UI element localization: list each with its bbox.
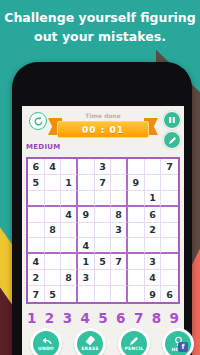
sudoku-cell[interactable] bbox=[61, 223, 78, 239]
sudoku-cell[interactable] bbox=[78, 223, 95, 239]
sudoku-cell[interactable] bbox=[111, 159, 128, 175]
sudoku-cell[interactable]: 7 bbox=[95, 175, 112, 191]
game-screen: Time done 00 : 01 bbox=[22, 106, 184, 355]
sudoku-cell[interactable]: 4 bbox=[61, 207, 78, 223]
sudoku-cell[interactable] bbox=[45, 207, 62, 223]
sudoku-cell[interactable]: 5 bbox=[95, 254, 112, 270]
app-promo-screenshot: Challenge yourself figuring out your mis… bbox=[0, 0, 200, 355]
promo-caption-line2: out your mistakes. bbox=[0, 28, 200, 47]
sudoku-cell[interactable] bbox=[61, 159, 78, 175]
sudoku-cell[interactable] bbox=[95, 270, 112, 286]
numpad-digit-8[interactable]: 8 bbox=[152, 310, 161, 326]
sudoku-cell[interactable]: 7 bbox=[161, 159, 178, 175]
sudoku-cell[interactable] bbox=[111, 175, 128, 191]
sudoku-cell[interactable] bbox=[111, 238, 128, 254]
pause-button[interactable] bbox=[163, 111, 181, 129]
timer-value: 00 : 01 bbox=[82, 125, 124, 135]
sudoku-cell[interactable] bbox=[161, 270, 178, 286]
numpad-digit-4[interactable]: 4 bbox=[80, 310, 89, 326]
sudoku-cell[interactable] bbox=[161, 191, 178, 207]
sudoku-cell[interactable]: 1 bbox=[61, 175, 78, 191]
sudoku-cell[interactable] bbox=[161, 223, 178, 239]
sudoku-cell[interactable] bbox=[145, 238, 162, 254]
sudoku-cell[interactable] bbox=[95, 286, 112, 302]
sudoku-cell[interactable]: 3 bbox=[111, 223, 128, 239]
sudoku-cell[interactable]: 7 bbox=[28, 286, 45, 302]
sudoku-cell[interactable]: 1 bbox=[78, 254, 95, 270]
sudoku-cell[interactable] bbox=[111, 286, 128, 302]
numpad-digit-1[interactable]: 1 bbox=[27, 310, 36, 326]
pencil-icon bbox=[168, 136, 177, 145]
sudoku-cell[interactable] bbox=[145, 159, 162, 175]
sudoku-cell[interactable] bbox=[78, 159, 95, 175]
sudoku-cell[interactable] bbox=[111, 191, 128, 207]
sudoku-cell[interactable] bbox=[78, 286, 95, 302]
difficulty-label: MEDIUM bbox=[26, 143, 61, 151]
time-label: Time done bbox=[52, 112, 154, 119]
sudoku-cell[interactable] bbox=[161, 238, 178, 254]
sudoku-cell[interactable]: 9 bbox=[145, 286, 162, 302]
sudoku-cell[interactable] bbox=[161, 175, 178, 191]
sudoku-cell[interactable]: 3 bbox=[145, 254, 162, 270]
pencil-mode-button[interactable] bbox=[163, 131, 181, 149]
pause-icon bbox=[168, 116, 176, 124]
sudoku-cell[interactable] bbox=[128, 270, 145, 286]
numpad-digit-6[interactable]: 6 bbox=[116, 310, 125, 326]
sudoku-cell[interactable] bbox=[28, 223, 45, 239]
sudoku-cell[interactable] bbox=[111, 270, 128, 286]
sudoku-cell[interactable] bbox=[28, 207, 45, 223]
facebook-icon[interactable]: f bbox=[178, 342, 188, 352]
timer-ribbon: 00 : 01 bbox=[57, 121, 149, 138]
sudoku-cell[interactable] bbox=[161, 207, 178, 223]
sudoku-cell[interactable] bbox=[45, 238, 62, 254]
undo-button[interactable]: Undo bbox=[30, 328, 62, 355]
sudoku-cell[interactable] bbox=[95, 191, 112, 207]
sudoku-cell[interactable]: 4 bbox=[28, 254, 45, 270]
erase-button[interactable]: Erase bbox=[74, 328, 106, 355]
sudoku-cell[interactable]: 8 bbox=[45, 223, 62, 239]
sudoku-cell[interactable] bbox=[61, 238, 78, 254]
tool-label: Pencil bbox=[124, 347, 143, 352]
sudoku-cell[interactable]: 1 bbox=[145, 191, 162, 207]
sudoku-cell[interactable]: 6 bbox=[28, 159, 45, 175]
sudoku-cell[interactable] bbox=[45, 270, 62, 286]
eraser-icon bbox=[85, 336, 96, 346]
numpad-digit-5[interactable]: 5 bbox=[98, 310, 107, 326]
sudoku-cell[interactable] bbox=[78, 175, 95, 191]
sudoku-cell[interactable] bbox=[145, 175, 162, 191]
numpad-digit-2[interactable]: 2 bbox=[45, 310, 54, 326]
sudoku-cell[interactable]: 2 bbox=[28, 270, 45, 286]
tool-label: Undo bbox=[38, 347, 54, 352]
restart-button[interactable] bbox=[29, 112, 47, 130]
numpad-digit-3[interactable]: 3 bbox=[63, 310, 72, 326]
sudoku-cell[interactable] bbox=[61, 191, 78, 207]
sudoku-cell[interactable] bbox=[128, 238, 145, 254]
sudoku-cell[interactable] bbox=[45, 175, 62, 191]
sudoku-cell[interactable]: 6 bbox=[145, 207, 162, 223]
sudoku-cell[interactable] bbox=[45, 254, 62, 270]
sudoku-cell[interactable]: 7 bbox=[111, 254, 128, 270]
pencil-icon bbox=[129, 336, 139, 346]
sudoku-cell[interactable] bbox=[95, 238, 112, 254]
sudoku-cell[interactable]: 5 bbox=[28, 175, 45, 191]
sudoku-cell[interactable] bbox=[61, 286, 78, 302]
sudoku-cell[interactable]: 8 bbox=[61, 270, 78, 286]
sudoku-cell[interactable]: 2 bbox=[145, 223, 162, 239]
undo-arrow-icon bbox=[41, 337, 52, 346]
sudoku-cell[interactable] bbox=[28, 191, 45, 207]
tool-label: Erase bbox=[81, 347, 98, 352]
sudoku-board: 643751791498683244157328347596 bbox=[26, 157, 180, 304]
sudoku-cell[interactable] bbox=[128, 223, 145, 239]
numpad-digit-7[interactable]: 7 bbox=[134, 310, 143, 326]
sudoku-cell[interactable]: 3 bbox=[95, 159, 112, 175]
sudoku-cell[interactable] bbox=[95, 207, 112, 223]
numpad-digit-9[interactable]: 9 bbox=[170, 310, 179, 326]
sudoku-cell[interactable] bbox=[28, 238, 45, 254]
sudoku-cell[interactable] bbox=[78, 191, 95, 207]
phone-mockup: Time done 00 : 01 bbox=[12, 62, 192, 355]
sudoku-cell[interactable] bbox=[61, 254, 78, 270]
sudoku-cell[interactable] bbox=[128, 159, 145, 175]
promo-caption-line1: Challenge yourself figuring bbox=[0, 9, 200, 28]
sudoku-cell[interactable] bbox=[128, 191, 145, 207]
sudoku-cell[interactable]: 4 bbox=[45, 159, 62, 175]
sudoku-cell[interactable]: 3 bbox=[78, 270, 95, 286]
pencil-button[interactable]: Pencil bbox=[118, 328, 150, 355]
restart-icon bbox=[33, 116, 44, 127]
sudoku-cell[interactable] bbox=[45, 191, 62, 207]
sudoku-cell[interactable] bbox=[95, 223, 112, 239]
sudoku-cell[interactable]: 4 bbox=[78, 238, 95, 254]
toolbar: UndoErasePencilHint bbox=[22, 328, 184, 355]
sudoku-cell[interactable]: 4 bbox=[145, 270, 162, 286]
sudoku-cell[interactable] bbox=[161, 254, 178, 270]
sudoku-cell[interactable] bbox=[128, 207, 145, 223]
sudoku-cell[interactable]: 9 bbox=[78, 207, 95, 223]
sudoku-cell[interactable]: 8 bbox=[111, 207, 128, 223]
sudoku-cell[interactable]: 5 bbox=[45, 286, 62, 302]
sudoku-cell[interactable] bbox=[128, 286, 145, 302]
number-pad: 123456789 bbox=[27, 310, 179, 326]
sudoku-cell[interactable]: 9 bbox=[128, 175, 145, 191]
sudoku-cell[interactable]: 6 bbox=[161, 286, 178, 302]
promo-caption: Challenge yourself figuring out your mis… bbox=[0, 9, 200, 47]
sudoku-cell[interactable] bbox=[128, 254, 145, 270]
